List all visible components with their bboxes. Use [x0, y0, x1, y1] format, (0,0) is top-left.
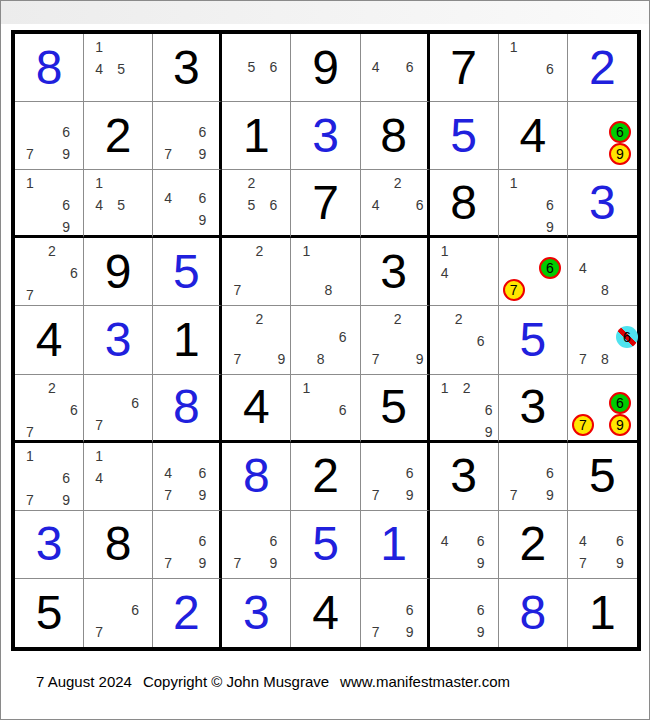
- pencil-marks: 18: [291, 238, 359, 305]
- cell-r9c6[interactable]: 679: [361, 579, 430, 647]
- cell-r2c8[interactable]: 4: [499, 102, 568, 170]
- pencil-marks: 48: [568, 238, 637, 305]
- candidate-2: 2: [248, 308, 270, 330]
- pencil-marks: 169: [499, 170, 567, 235]
- solved-digit: 3: [568, 170, 637, 235]
- pencil-marks: 16: [499, 34, 567, 101]
- cell-r3c4[interactable]: 256: [222, 170, 291, 238]
- cell-r6c4[interactable]: 4: [222, 375, 291, 443]
- given-digit: 5: [568, 443, 637, 510]
- given-digit: 4: [291, 579, 359, 647]
- solved-digit: 3: [15, 511, 83, 578]
- solved-digit: 3: [291, 102, 359, 169]
- cell-r4c2[interactable]: 9: [84, 238, 153, 306]
- solved-digit: 3: [84, 306, 152, 373]
- candidate-6: 6: [470, 330, 492, 352]
- pencil-marks: 679: [15, 102, 83, 169]
- cell-r8c4[interactable]: 679: [222, 511, 291, 579]
- cell-r2c7[interactable]: 5: [430, 102, 499, 170]
- cell-r2c6[interactable]: 8: [361, 102, 430, 170]
- candidate-7: 7: [88, 414, 110, 436]
- pencil-marks: 14: [84, 443, 152, 510]
- candidate-6: 6: [399, 56, 421, 78]
- cell-r6c3[interactable]: 8: [153, 375, 222, 443]
- candidate-6: 6: [470, 530, 492, 552]
- cell-r1c4[interactable]: 56: [222, 34, 291, 102]
- pencil-marks: 27: [222, 238, 290, 305]
- pencil-marks: 56: [222, 34, 290, 101]
- cell-r8c1[interactable]: 3: [15, 511, 84, 579]
- solved-digit: 3: [222, 579, 290, 647]
- cell-r4c5[interactable]: 18: [291, 238, 360, 306]
- cell-r7c9[interactable]: 5: [568, 443, 637, 511]
- footer: 7 August 2024 Copyright © John Musgrave …: [36, 673, 510, 690]
- pencil-marks: 16: [291, 375, 359, 440]
- candidate-6: 6: [55, 467, 77, 489]
- cell-r2c2[interactable]: 2: [84, 102, 153, 170]
- candidate-6-highlight-green: 6: [539, 257, 561, 279]
- candidate-9: 9: [270, 348, 292, 370]
- candidate-6: 6: [55, 121, 77, 143]
- cell-r5c8[interactable]: 5: [499, 306, 568, 374]
- candidate-7: 7: [226, 552, 248, 574]
- cell-r2c5[interactable]: 3: [291, 102, 360, 170]
- pencil-marks: 678: [568, 306, 637, 373]
- pencil-marks: 69: [430, 579, 498, 647]
- candidate-6: 6: [63, 262, 85, 284]
- cell-r7c7[interactable]: 3: [430, 443, 499, 511]
- cell-r7c4[interactable]: 8: [222, 443, 291, 511]
- candidate-4: 4: [88, 467, 110, 489]
- candidate-9: 9: [191, 552, 213, 574]
- candidate-5: 5: [240, 194, 262, 216]
- candidate-5: 5: [110, 194, 132, 216]
- pencil-marks: 469: [430, 511, 498, 578]
- candidate-7: 7: [157, 143, 179, 165]
- pencil-marks: 679: [361, 579, 427, 647]
- candidate-6: 6: [124, 392, 146, 414]
- cell-r8c3[interactable]: 679: [153, 511, 222, 579]
- candidate-4: 4: [365, 56, 387, 78]
- cell-r1c5[interactable]: 9: [291, 34, 360, 102]
- pencil-marks: 67: [84, 579, 152, 647]
- candidate-5: 5: [110, 58, 132, 80]
- candidate-6: 6: [191, 462, 213, 484]
- candidate-7: 7: [157, 552, 179, 574]
- candidate-8: 8: [594, 279, 616, 301]
- cell-r4c8[interactable]: 67: [499, 238, 568, 306]
- solved-digit: 8: [153, 375, 219, 440]
- candidate-1: 1: [19, 445, 41, 467]
- candidate-7: 7: [503, 484, 525, 506]
- cell-r5c4[interactable]: 279: [222, 306, 291, 374]
- cell-r5c1[interactable]: 4: [15, 306, 84, 374]
- cell-r6c7[interactable]: 1269: [430, 375, 499, 443]
- candidate-1: 1: [295, 240, 317, 262]
- candidate-1: 1: [434, 240, 456, 262]
- candidate-7: 7: [226, 348, 248, 370]
- candidate-4: 4: [88, 58, 110, 80]
- cell-r3c3[interactable]: 469: [153, 170, 222, 238]
- candidate-6: 6: [191, 187, 213, 209]
- candidate-7: 7: [19, 284, 41, 306]
- candidate-6: 6: [262, 530, 284, 552]
- cell-r4c9[interactable]: 48: [568, 238, 637, 306]
- candidate-1: 1: [503, 172, 525, 194]
- candidate-2: 2: [448, 308, 470, 330]
- candidate-1: 1: [88, 36, 110, 58]
- pencil-marks: 279: [361, 306, 427, 373]
- cell-r4c7[interactable]: 14: [430, 238, 499, 306]
- candidate-6-highlight-green: 6: [609, 121, 631, 143]
- cell-r9c8[interactable]: 8: [499, 579, 568, 647]
- given-digit: 7: [291, 170, 359, 235]
- candidate-6: 6: [332, 326, 354, 348]
- pencil-marks: 68: [291, 306, 359, 373]
- given-digit: 9: [291, 34, 359, 101]
- cell-r5c7[interactable]: 26: [430, 306, 499, 374]
- cell-r6c9[interactable]: 679: [568, 375, 637, 443]
- candidate-2: 2: [41, 377, 63, 399]
- candidate-1: 1: [88, 172, 110, 194]
- sudoku-board: 8145356946716267926791385469169145469256…: [11, 30, 641, 651]
- given-digit: 3: [361, 238, 427, 305]
- candidate-1: 1: [19, 172, 41, 194]
- candidate-8: 8: [594, 348, 616, 370]
- pencil-marks: 1269: [430, 375, 498, 440]
- given-digit: 5: [361, 375, 427, 440]
- pencil-marks: 46: [361, 34, 427, 101]
- candidate-1: 1: [503, 36, 525, 58]
- footer-date: 7 August 2024: [36, 673, 132, 690]
- cell-r3c7[interactable]: 8: [430, 170, 499, 238]
- given-digit: 3: [153, 34, 219, 101]
- given-digit: 2: [499, 511, 567, 578]
- candidate-9: 9: [539, 216, 561, 238]
- candidate-7: 7: [226, 279, 248, 301]
- cell-r3c9[interactable]: 3: [568, 170, 637, 238]
- solved-digit: 5: [499, 306, 567, 373]
- pencil-marks: 4679: [153, 443, 219, 510]
- pencil-marks: 67: [499, 238, 567, 305]
- candidate-6: 6: [539, 58, 561, 80]
- candidate-4: 4: [434, 530, 456, 552]
- candidate-6: 6: [191, 530, 213, 552]
- cell-r3c1[interactable]: 169: [15, 170, 84, 238]
- pencil-marks: 679: [568, 375, 637, 440]
- cell-r8c5[interactable]: 5: [291, 511, 360, 579]
- candidate-9-highlight-yellow: 9: [609, 414, 631, 436]
- candidate-9: 9: [470, 552, 492, 574]
- candidate-6: 6: [470, 599, 492, 621]
- cell-r9c3[interactable]: 2: [153, 579, 222, 647]
- candidate-6: 6: [63, 399, 85, 421]
- candidate-6: 6: [262, 194, 284, 216]
- cell-r6c5[interactable]: 16: [291, 375, 360, 443]
- solved-digit: 8: [222, 443, 290, 510]
- cell-r8c7[interactable]: 469: [430, 511, 499, 579]
- pencil-marks: 267: [15, 375, 83, 440]
- pencil-marks: 1679: [15, 443, 83, 510]
- solved-digit: 5: [430, 102, 498, 169]
- cell-r9c5[interactable]: 4: [291, 579, 360, 647]
- candidate-5: 5: [240, 56, 262, 78]
- cell-r3c2[interactable]: 145: [84, 170, 153, 238]
- cell-r1c1[interactable]: 8: [15, 34, 84, 102]
- footer-website: www.manifestmaster.com: [340, 673, 510, 690]
- cell-r2c4[interactable]: 1: [222, 102, 291, 170]
- pencil-marks: 469: [153, 170, 219, 235]
- cell-r1c6[interactable]: 46: [361, 34, 430, 102]
- given-digit: 8: [430, 170, 498, 235]
- given-digit: 1: [153, 306, 219, 373]
- candidate-7: 7: [365, 484, 387, 506]
- candidate-7: 7: [19, 421, 41, 443]
- pencil-marks: 4679: [568, 511, 637, 578]
- cell-r2c1[interactable]: 679: [15, 102, 84, 170]
- pencil-marks: 69: [568, 102, 637, 169]
- candidate-4: 4: [572, 530, 594, 552]
- candidate-7: 7: [365, 348, 387, 370]
- candidate-9: 9: [191, 143, 213, 165]
- solved-digit: 1: [361, 511, 427, 578]
- candidate-6: 6: [55, 194, 77, 216]
- candidate-4: 4: [572, 257, 594, 279]
- candidate-7-highlight-yellow: 7: [572, 414, 594, 436]
- candidate-2: 2: [387, 172, 409, 194]
- pencil-marks: 169: [15, 170, 83, 235]
- candidate-6: 6: [609, 530, 631, 552]
- cell-r7c5[interactable]: 2: [291, 443, 360, 511]
- candidate-7: 7: [88, 621, 110, 643]
- cell-r6c2[interactable]: 67: [84, 375, 153, 443]
- candidate-9: 9: [55, 489, 77, 511]
- candidate-8: 8: [310, 348, 332, 370]
- candidate-6: 6: [539, 194, 561, 216]
- cell-r4c4[interactable]: 27: [222, 238, 291, 306]
- footer-copyright: Copyright © John Musgrave: [143, 673, 329, 690]
- pencil-marks: 279: [222, 306, 290, 373]
- cell-r4c1[interactable]: 267: [15, 238, 84, 306]
- given-digit: 2: [291, 443, 359, 510]
- candidate-7: 7: [572, 552, 594, 574]
- cell-r2c3[interactable]: 679: [153, 102, 222, 170]
- given-digit: 4: [15, 306, 83, 373]
- given-digit: 7: [430, 34, 498, 101]
- given-digit: 4: [499, 102, 567, 169]
- cell-r8c2[interactable]: 8: [84, 511, 153, 579]
- pencil-marks: 145: [84, 34, 152, 101]
- candidate-1: 1: [434, 377, 456, 399]
- candidate-7: 7: [572, 348, 594, 370]
- candidate-6: 6: [332, 399, 354, 421]
- cell-r7c1[interactable]: 1679: [15, 443, 84, 511]
- candidate-7: 7: [157, 484, 179, 506]
- candidate-7: 7: [365, 621, 387, 643]
- candidate-6: 6: [399, 462, 421, 484]
- solved-digit: 2: [568, 34, 637, 101]
- given-digit: 1: [568, 579, 637, 647]
- candidate-9: 9: [191, 209, 213, 231]
- candidate-9: 9: [55, 216, 77, 238]
- candidate-2: 2: [387, 308, 409, 330]
- pencil-marks: 145: [84, 170, 152, 235]
- candidate-9: 9: [262, 552, 284, 574]
- candidate-4: 4: [434, 262, 456, 284]
- cell-r7c6[interactable]: 679: [361, 443, 430, 511]
- candidate-6: 6: [539, 462, 561, 484]
- candidate-1: 1: [295, 377, 317, 399]
- cell-r3c5[interactable]: 7: [291, 170, 360, 238]
- candidate-9: 9: [609, 552, 631, 574]
- candidate-4: 4: [157, 462, 179, 484]
- given-digit: 3: [499, 375, 567, 440]
- candidate-7: 7: [19, 489, 41, 511]
- candidate-2: 2: [456, 377, 478, 399]
- pencil-marks: 67: [84, 375, 152, 440]
- candidate-2: 2: [240, 172, 262, 194]
- given-digit: 1: [222, 102, 290, 169]
- candidate-9-highlight-yellow: 9: [609, 143, 631, 165]
- solved-digit: 5: [153, 238, 219, 305]
- cell-r1c2[interactable]: 145: [84, 34, 153, 102]
- candidate-2: 2: [248, 240, 270, 262]
- cell-r8c6[interactable]: 1: [361, 511, 430, 579]
- candidate-4: 4: [365, 194, 387, 216]
- cell-r2c9[interactable]: 69: [568, 102, 637, 170]
- cell-r4c3[interactable]: 5: [153, 238, 222, 306]
- cell-r1c9[interactable]: 2: [568, 34, 637, 102]
- cell-r7c3[interactable]: 4679: [153, 443, 222, 511]
- pencil-marks: 14: [430, 238, 498, 305]
- candidate-7-highlight-yellow: 7: [503, 279, 525, 301]
- given-digit: 5: [15, 579, 83, 647]
- solved-digit: 2: [153, 579, 219, 647]
- pencil-marks: 267: [15, 238, 83, 305]
- pencil-marks: 679: [361, 443, 427, 510]
- cell-r9c9[interactable]: 1: [568, 579, 637, 647]
- solved-digit: 8: [499, 579, 567, 647]
- candidate-8: 8: [317, 279, 339, 301]
- cell-r9c2[interactable]: 67: [84, 579, 153, 647]
- cell-r1c3[interactable]: 3: [153, 34, 222, 102]
- candidate-4: 4: [157, 187, 179, 209]
- cell-r7c8[interactable]: 679: [499, 443, 568, 511]
- cell-r6c8[interactable]: 3: [499, 375, 568, 443]
- candidate-9: 9: [470, 621, 492, 643]
- candidate-2: 2: [41, 240, 63, 262]
- candidate-9: 9: [191, 484, 213, 506]
- candidate-9: 9: [399, 484, 421, 506]
- candidate-9: 9: [409, 348, 431, 370]
- pencil-marks: 256: [222, 170, 290, 235]
- given-digit: 9: [84, 238, 152, 305]
- cell-r9c7[interactable]: 69: [430, 579, 499, 647]
- page: 8145356946716267926791385469169145469256…: [0, 0, 650, 720]
- candidate-1: 1: [88, 445, 110, 467]
- pencil-marks: 26: [430, 306, 498, 373]
- candidate-9: 9: [478, 421, 500, 443]
- pencil-marks: 679: [499, 443, 567, 510]
- given-digit: 4: [222, 375, 290, 440]
- candidate-4: 4: [88, 194, 110, 216]
- given-digit: 3: [430, 443, 498, 510]
- candidate-9: 9: [539, 484, 561, 506]
- cell-r9c4[interactable]: 3: [222, 579, 291, 647]
- cell-r5c5[interactable]: 68: [291, 306, 360, 374]
- pencil-marks: 679: [222, 511, 290, 578]
- pencil-marks: 679: [153, 102, 219, 169]
- solved-digit: 5: [291, 511, 359, 578]
- candidate-6-highlight-green: 6: [609, 392, 631, 414]
- given-digit: 8: [84, 511, 152, 578]
- candidate-6: 6: [478, 399, 500, 421]
- cell-r5c2[interactable]: 3: [84, 306, 153, 374]
- candidate-6: 6: [262, 56, 284, 78]
- given-digit: 2: [84, 102, 152, 169]
- cell-r9c1[interactable]: 5: [15, 579, 84, 647]
- top-bar: [1, 1, 649, 24]
- cell-r3c8[interactable]: 169: [499, 170, 568, 238]
- cell-r8c8[interactable]: 2: [499, 511, 568, 579]
- candidate-6: 6: [399, 599, 421, 621]
- candidate-7: 7: [19, 143, 41, 165]
- candidate-9: 9: [399, 621, 421, 643]
- cell-r4c6[interactable]: 3: [361, 238, 430, 306]
- cell-r6c1[interactable]: 267: [15, 375, 84, 443]
- candidate-6-highlight-cyan: 6: [616, 326, 638, 348]
- candidate-6: 6: [124, 599, 146, 621]
- cell-r5c9[interactable]: 678: [568, 306, 637, 374]
- cell-r7c2[interactable]: 14: [84, 443, 153, 511]
- cell-r6c6[interactable]: 5: [361, 375, 430, 443]
- given-digit: 8: [361, 102, 427, 169]
- cell-r1c8[interactable]: 16: [499, 34, 568, 102]
- pencil-marks: 246: [361, 170, 427, 235]
- cell-r5c6[interactable]: 279: [361, 306, 430, 374]
- candidate-6: 6: [191, 121, 213, 143]
- cell-r8c9[interactable]: 4679: [568, 511, 637, 579]
- candidate-9: 9: [55, 143, 77, 165]
- candidate-6: 6: [409, 194, 431, 216]
- pencil-marks: 679: [153, 511, 219, 578]
- cell-r1c7[interactable]: 7: [430, 34, 499, 102]
- solved-digit: 8: [15, 34, 83, 101]
- cell-r3c6[interactable]: 246: [361, 170, 430, 238]
- cell-r5c3[interactable]: 1: [153, 306, 222, 374]
